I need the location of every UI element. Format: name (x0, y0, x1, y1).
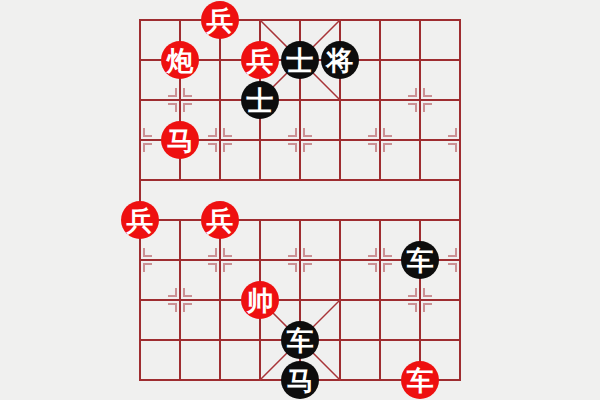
point-marker (408, 304, 416, 312)
point-marker (208, 144, 216, 152)
piece-black-advisor[interactable]: 士 (241, 81, 279, 119)
point-marker (408, 88, 416, 96)
piece-red-cannon[interactable]: 炮 (161, 41, 199, 79)
point-marker (144, 144, 152, 152)
point-marker (224, 264, 232, 272)
point-marker (384, 144, 392, 152)
point-marker (144, 264, 152, 272)
point-marker (368, 248, 376, 256)
point-marker (384, 248, 392, 256)
piece-black-chariot[interactable]: 车 (281, 321, 319, 359)
point-marker (144, 128, 152, 136)
point-marker (288, 128, 296, 136)
point-marker (424, 104, 432, 112)
point-marker (448, 248, 456, 256)
piece-glyph: 兵 (206, 6, 234, 36)
piece-black-horse[interactable]: 马 (281, 361, 319, 399)
piece-glyph: 将 (325, 46, 354, 76)
point-marker (288, 144, 296, 152)
piece-glyph: 兵 (206, 206, 234, 236)
point-marker (448, 264, 456, 272)
point-marker (304, 144, 312, 152)
point-marker (368, 128, 376, 136)
point-marker (168, 304, 176, 312)
piece-black-chariot[interactable]: 车 (401, 241, 439, 279)
piece-red-pawn[interactable]: 兵 (201, 1, 239, 39)
piece-glyph: 帅 (246, 286, 274, 316)
point-marker (424, 88, 432, 96)
point-marker (384, 264, 392, 272)
point-marker (288, 248, 296, 256)
point-marker (424, 304, 432, 312)
point-marker (168, 288, 176, 296)
piece-glyph: 车 (407, 366, 434, 396)
piece-glyph: 车 (407, 246, 434, 276)
point-marker (368, 144, 376, 152)
piece-red-pawn[interactable]: 兵 (121, 201, 159, 239)
piece-glyph: 炮 (166, 46, 194, 76)
point-marker (168, 104, 176, 112)
point-marker (304, 264, 312, 272)
piece-red-horse[interactable]: 马 (161, 121, 199, 159)
point-marker (408, 288, 416, 296)
point-marker (304, 248, 312, 256)
piece-black-general[interactable]: 将 (321, 41, 359, 79)
xiangqi-board-svg: 兵炮兵士将士马兵兵车帅车马车 (0, 0, 600, 400)
point-marker (448, 128, 456, 136)
point-marker (168, 88, 176, 96)
piece-glyph: 马 (167, 126, 194, 156)
point-marker (408, 104, 416, 112)
piece-red-general[interactable]: 帅 (241, 281, 279, 319)
piece-glyph: 士 (246, 86, 274, 116)
point-marker (208, 264, 216, 272)
point-marker (224, 144, 232, 152)
point-marker (304, 128, 312, 136)
point-marker (184, 304, 192, 312)
piece-red-pawn[interactable]: 兵 (201, 201, 239, 239)
point-marker (184, 104, 192, 112)
piece-glyph: 士 (286, 46, 314, 76)
point-marker (208, 248, 216, 256)
point-marker (224, 248, 232, 256)
point-marker (144, 248, 152, 256)
point-marker (424, 288, 432, 296)
point-marker (368, 264, 376, 272)
piece-glyph: 兵 (126, 206, 154, 236)
point-marker (288, 264, 296, 272)
piece-glyph: 兵 (246, 46, 274, 76)
point-marker (224, 128, 232, 136)
piece-glyph: 马 (287, 366, 314, 396)
piece-glyph: 车 (287, 326, 314, 356)
point-marker (184, 288, 192, 296)
piece-red-chariot[interactable]: 车 (401, 361, 439, 399)
point-marker (208, 128, 216, 136)
point-marker (184, 88, 192, 96)
point-marker (384, 128, 392, 136)
piece-red-pawn[interactable]: 兵 (241, 41, 279, 79)
piece-black-advisor[interactable]: 士 (281, 41, 319, 79)
xiangqi-board: 兵炮兵士将士马兵兵车帅车马车 (0, 0, 600, 400)
point-marker (448, 144, 456, 152)
